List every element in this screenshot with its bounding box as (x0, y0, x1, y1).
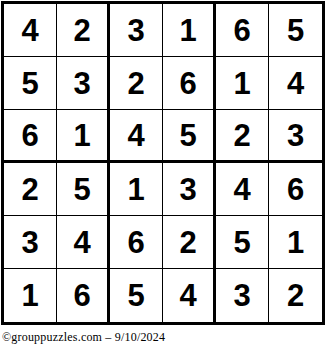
cell-r1c6: 5 (269, 4, 322, 57)
cell-r4c6: 6 (269, 163, 322, 216)
cell-r2c6: 4 (269, 57, 322, 110)
cell-r3c6: 3 (269, 110, 322, 163)
cell-r6c1: 1 (4, 269, 57, 322)
cell-r5c5: 5 (216, 216, 269, 269)
cell-r6c5: 3 (216, 269, 269, 322)
copyright-credit: ©grouppuzzles.com – 9/10/2024 (2, 330, 335, 345)
cell-r3c3: 4 (110, 110, 163, 163)
cell-r3c4: 5 (163, 110, 216, 163)
cell-r2c4: 6 (163, 57, 216, 110)
cell-r2c1: 5 (4, 57, 57, 110)
cell-r3c2: 1 (57, 110, 110, 163)
puzzle-page: 423165532614614523251346346251165432 ©gr… (0, 0, 335, 357)
cell-r2c5: 1 (216, 57, 269, 110)
cell-r4c5: 4 (216, 163, 269, 216)
cell-r1c1: 4 (4, 4, 57, 57)
cell-r5c2: 4 (57, 216, 110, 269)
sudoku-board: 423165532614614523251346346251165432 (1, 1, 325, 325)
cell-r4c4: 3 (163, 163, 216, 216)
cell-r5c1: 3 (4, 216, 57, 269)
cell-r3c1: 6 (4, 110, 57, 163)
cell-r3c5: 2 (216, 110, 269, 163)
cell-r2c2: 3 (57, 57, 110, 110)
cell-r4c3: 1 (110, 163, 163, 216)
cell-r1c2: 2 (57, 4, 110, 57)
cell-r5c3: 6 (110, 216, 163, 269)
cell-r6c4: 4 (163, 269, 216, 322)
cell-r6c2: 6 (57, 269, 110, 322)
cell-r4c1: 2 (4, 163, 57, 216)
cell-r6c6: 2 (269, 269, 322, 322)
cell-r1c5: 6 (216, 4, 269, 57)
cell-r2c3: 2 (110, 57, 163, 110)
cell-r5c6: 1 (269, 216, 322, 269)
cell-r1c4: 1 (163, 4, 216, 57)
cell-r4c2: 5 (57, 163, 110, 216)
cell-r6c3: 5 (110, 269, 163, 322)
cell-r5c4: 2 (163, 216, 216, 269)
cell-r1c3: 3 (110, 4, 163, 57)
